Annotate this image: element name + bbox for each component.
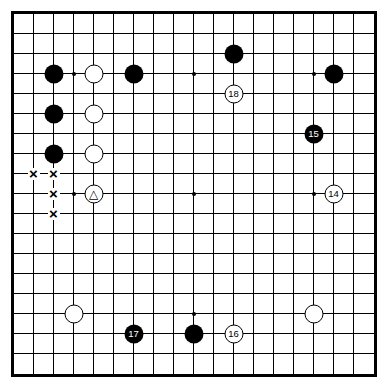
stone-black bbox=[44, 104, 63, 123]
stone-white bbox=[64, 304, 83, 323]
stone-black bbox=[44, 64, 63, 83]
star-point bbox=[72, 192, 76, 196]
grid-hline bbox=[14, 213, 374, 214]
star-point bbox=[72, 72, 76, 76]
x-mark: × bbox=[48, 168, 60, 180]
stone-white-18: 18 bbox=[224, 84, 243, 103]
grid-vline bbox=[293, 14, 294, 374]
stone-black-17: 17 bbox=[124, 324, 143, 343]
x-mark: × bbox=[48, 208, 60, 220]
star-point bbox=[192, 312, 196, 316]
grid-hline bbox=[14, 273, 374, 274]
grid-hline bbox=[14, 233, 374, 234]
stone-white bbox=[304, 304, 323, 323]
go-diagram: ×××× 1517141618△ bbox=[0, 0, 390, 390]
stone-white bbox=[84, 104, 103, 123]
stone-white-16: 16 bbox=[224, 324, 243, 343]
star-point bbox=[312, 72, 316, 76]
grid-hline bbox=[14, 253, 374, 254]
go-board: ×××× 1517141618△ bbox=[0, 0, 390, 390]
x-mark: × bbox=[48, 188, 60, 200]
grid-hline bbox=[14, 353, 374, 354]
stone-white-14: 14 bbox=[324, 184, 343, 203]
grid-vline bbox=[253, 14, 254, 374]
star-point bbox=[312, 192, 316, 196]
stone-white bbox=[84, 144, 103, 163]
grid-vline bbox=[213, 14, 214, 374]
grid-vline bbox=[273, 14, 274, 374]
grid-hline bbox=[14, 293, 374, 294]
stone-white bbox=[84, 64, 103, 83]
grid-vline bbox=[353, 14, 354, 374]
star-point bbox=[192, 192, 196, 196]
stone-black bbox=[44, 144, 63, 163]
stone-black bbox=[224, 44, 243, 63]
stone-black bbox=[124, 64, 143, 83]
stone-black bbox=[324, 64, 343, 83]
x-mark: × bbox=[28, 168, 40, 180]
stone-black-15: 15 bbox=[304, 124, 323, 143]
triangle-mark: △ bbox=[89, 187, 98, 199]
grid-vline bbox=[233, 14, 234, 374]
star-point bbox=[192, 72, 196, 76]
stone-white-triangle: △ bbox=[84, 184, 103, 203]
stone-black bbox=[184, 324, 203, 343]
